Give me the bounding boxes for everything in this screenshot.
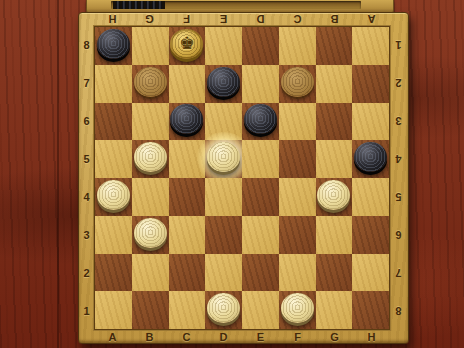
coordinate-label: E	[242, 330, 279, 343]
coordinate-label: 6	[390, 216, 407, 254]
square-e1[interactable]	[242, 291, 279, 329]
coordinate-label: H	[353, 330, 390, 343]
square-e5[interactable]	[242, 140, 279, 178]
captured-pieces-slot	[111, 1, 361, 9]
rank-labels-right: 12345678	[390, 26, 407, 330]
square-b4[interactable]	[132, 178, 169, 216]
captured-piece-edge	[140, 1, 144, 9]
coordinate-label: 3	[79, 216, 94, 254]
square-a7[interactable]	[95, 65, 132, 103]
square-c4[interactable]	[169, 178, 206, 216]
square-h8[interactable]	[352, 27, 389, 65]
square-e2[interactable]	[242, 254, 279, 292]
square-c3[interactable]	[169, 216, 206, 254]
coordinate-label: B	[131, 330, 168, 343]
square-h6[interactable]	[352, 103, 389, 141]
square-b2[interactable]	[132, 254, 169, 292]
square-d1[interactable]	[205, 291, 242, 329]
coordinate-label: F	[279, 330, 316, 343]
coordinate-label: 7	[390, 254, 407, 292]
captured-piece-edge	[134, 1, 138, 9]
coordinate-label: D	[242, 13, 279, 26]
square-g8[interactable]	[316, 27, 353, 65]
white-man-piece[interactable]	[207, 293, 240, 323]
square-g6[interactable]	[316, 103, 353, 141]
coordinate-label: E	[205, 13, 242, 26]
square-b8[interactable]	[132, 27, 169, 65]
square-b1[interactable]	[132, 291, 169, 329]
square-f7[interactable]	[279, 65, 316, 103]
coordinate-label: 2	[390, 64, 407, 102]
white-man-piece[interactable]	[317, 180, 350, 210]
square-d6[interactable]	[205, 103, 242, 141]
square-a8[interactable]	[95, 27, 132, 65]
square-h7[interactable]	[352, 65, 389, 103]
captured-piece-edge	[128, 1, 132, 9]
white-man-piece[interactable]	[134, 142, 167, 172]
square-a2[interactable]	[95, 254, 132, 292]
square-c7[interactable]	[169, 65, 206, 103]
square-b6[interactable]	[132, 103, 169, 141]
square-c8[interactable]: ♚	[169, 27, 206, 65]
square-d5[interactable]	[205, 140, 242, 178]
coordinate-label: 3	[390, 102, 407, 140]
square-h1[interactable]	[352, 291, 389, 329]
coordinate-label: 8	[390, 292, 407, 330]
captured-piece-edge	[158, 1, 162, 9]
checkers-board: HGFEDCBA ABCDEFGH 87654321 12345678 ♚	[78, 12, 409, 344]
square-a4[interactable]	[95, 178, 132, 216]
coordinate-label: 8	[79, 26, 94, 64]
square-g7[interactable]	[316, 65, 353, 103]
square-h4[interactable]	[352, 178, 389, 216]
coordinate-label: G	[131, 13, 168, 26]
square-f6[interactable]	[279, 103, 316, 141]
square-b3[interactable]	[132, 216, 169, 254]
square-f4[interactable]	[279, 178, 316, 216]
captured-piece-edge	[152, 1, 156, 9]
move-preview-ghost-piece[interactable]	[281, 67, 314, 97]
square-e7[interactable]	[242, 65, 279, 103]
square-h3[interactable]	[352, 216, 389, 254]
square-h5[interactable]	[352, 140, 389, 178]
coordinate-label: A	[353, 13, 390, 26]
square-g3[interactable]	[316, 216, 353, 254]
coordinate-label: F	[168, 13, 205, 26]
file-labels-top: HGFEDCBA	[94, 13, 390, 26]
square-c1[interactable]	[169, 291, 206, 329]
white-king-piece[interactable]: ♚	[170, 29, 203, 59]
square-f8[interactable]	[279, 27, 316, 65]
white-man-piece[interactable]	[134, 218, 167, 248]
black-man-piece[interactable]	[244, 104, 277, 134]
captured-black-pieces-stack	[113, 1, 165, 9]
coordinate-label: 1	[390, 26, 407, 64]
table-background: HGFEDCBA ABCDEFGH 87654321 12345678 ♚	[0, 0, 464, 348]
captured-piece-edge	[146, 1, 150, 9]
coordinate-label: 7	[79, 64, 94, 102]
coordinate-label: C	[168, 330, 205, 343]
square-e3[interactable]	[242, 216, 279, 254]
king-crown-icon: ♚	[179, 35, 194, 52]
square-h2[interactable]	[352, 254, 389, 292]
square-e8[interactable]	[242, 27, 279, 65]
white-man-piece[interactable]	[281, 293, 314, 323]
coordinate-label: A	[94, 330, 131, 343]
board-squares-grid: ♚	[94, 26, 390, 330]
square-c5[interactable]	[169, 140, 206, 178]
coordinate-label: 6	[79, 102, 94, 140]
square-c2[interactable]	[169, 254, 206, 292]
square-a3[interactable]	[95, 216, 132, 254]
square-f2[interactable]	[279, 254, 316, 292]
move-preview-ghost-piece[interactable]	[134, 67, 167, 97]
square-g4[interactable]	[316, 178, 353, 216]
square-f5[interactable]	[279, 140, 316, 178]
coordinate-label: 5	[79, 140, 94, 178]
black-man-piece[interactable]	[207, 67, 240, 97]
square-f3[interactable]	[279, 216, 316, 254]
square-c6[interactable]	[169, 103, 206, 141]
square-f1[interactable]	[279, 291, 316, 329]
wood-plank-seam	[57, 0, 59, 348]
square-d4[interactable]	[205, 178, 242, 216]
black-man-piece[interactable]	[170, 104, 203, 134]
square-a1[interactable]	[95, 291, 132, 329]
black-man-piece[interactable]	[354, 142, 387, 172]
file-labels-bottom: ABCDEFGH	[94, 330, 390, 343]
coordinate-label: H	[94, 13, 131, 26]
white-man-piece[interactable]	[97, 180, 130, 210]
square-g5[interactable]	[316, 140, 353, 178]
white-man-piece[interactable]	[207, 142, 240, 172]
rank-labels-left: 87654321	[79, 26, 94, 330]
coordinate-label: 2	[79, 254, 94, 292]
coordinate-label: 1	[79, 292, 94, 330]
square-a6[interactable]	[95, 103, 132, 141]
square-d7[interactable]	[205, 65, 242, 103]
square-a5[interactable]	[95, 140, 132, 178]
coordinate-label: 5	[390, 178, 407, 216]
square-d8[interactable]	[205, 27, 242, 65]
coordinate-label: C	[279, 13, 316, 26]
square-d2[interactable]	[205, 254, 242, 292]
square-b7[interactable]	[132, 65, 169, 103]
black-man-piece[interactable]	[97, 29, 130, 59]
square-g2[interactable]	[316, 254, 353, 292]
square-b5[interactable]	[132, 140, 169, 178]
square-e6[interactable]	[242, 103, 279, 141]
coordinate-label: 4	[390, 140, 407, 178]
coordinate-label: B	[316, 13, 353, 26]
coordinate-label: 4	[79, 178, 94, 216]
captured-piece-edge	[122, 1, 126, 9]
square-e4[interactable]	[242, 178, 279, 216]
coordinate-label: D	[205, 330, 242, 343]
square-g1[interactable]	[316, 291, 353, 329]
coordinate-label: G	[316, 330, 353, 343]
square-d3[interactable]	[205, 216, 242, 254]
captured-piece-edge	[116, 1, 120, 9]
